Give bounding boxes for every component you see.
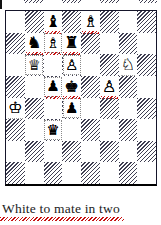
square-b6[interactable]: ♕ xyxy=(25,54,44,76)
square-b1[interactable] xyxy=(25,162,44,184)
black-rook-d7: ♜ xyxy=(64,35,78,51)
white-pawn-d6: ♙ xyxy=(63,55,81,75)
white-knight-g6: ♘ xyxy=(121,57,135,73)
square-a6[interactable] xyxy=(6,54,25,76)
spellcheck-underline xyxy=(45,96,62,99)
black-queen-c3: ♛ xyxy=(44,120,62,140)
square-b7[interactable]: ♞ xyxy=(25,33,44,55)
square-b2[interactable] xyxy=(25,141,44,163)
square-a8[interactable] xyxy=(6,11,25,33)
square-h6[interactable] xyxy=(137,54,156,76)
spellcheck-underline xyxy=(26,52,43,55)
spellcheck-underline xyxy=(63,52,80,55)
clipped-margin-tick xyxy=(0,0,2,9)
spellcheck-underline xyxy=(82,31,99,34)
square-a4[interactable]: ♔ xyxy=(6,98,25,120)
black-pawn-d4: ♟ xyxy=(63,98,81,118)
square-g3[interactable] xyxy=(119,119,138,141)
square-d5[interactable]: ♚ xyxy=(62,76,81,98)
square-c7[interactable]: ♗ xyxy=(44,33,63,55)
square-f2[interactable] xyxy=(100,141,119,163)
spellcheck-underline xyxy=(45,52,62,55)
square-h2[interactable] xyxy=(137,141,156,163)
square-a7[interactable] xyxy=(6,33,25,55)
clipped-row-artifact xyxy=(62,0,81,3)
spellcheck-underline xyxy=(101,96,118,99)
white-bishop-c7: ♗ xyxy=(44,33,62,53)
square-e7[interactable] xyxy=(81,33,100,55)
square-d7[interactable]: ♜ xyxy=(62,33,81,55)
square-b4[interactable] xyxy=(25,98,44,120)
square-e8[interactable]: ♗ xyxy=(81,11,100,33)
square-a3[interactable] xyxy=(6,119,25,141)
square-a2[interactable] xyxy=(6,141,25,163)
clipped-row-artifact xyxy=(100,0,119,3)
square-d1[interactable] xyxy=(62,162,81,184)
square-c5[interactable]: ♟ xyxy=(44,76,63,98)
square-h7[interactable] xyxy=(137,33,156,55)
square-b3[interactable] xyxy=(25,119,44,141)
dotted-underline xyxy=(8,118,23,119)
square-g5[interactable] xyxy=(119,76,138,98)
square-h8[interactable] xyxy=(137,11,156,33)
square-d2[interactable] xyxy=(62,141,81,163)
square-h1[interactable] xyxy=(137,162,156,184)
square-e6[interactable] xyxy=(81,54,100,76)
spellcheck-underline xyxy=(63,96,80,99)
square-f5[interactable]: ♙ xyxy=(100,76,119,98)
square-h3[interactable] xyxy=(137,119,156,141)
square-f6[interactable] xyxy=(100,54,119,76)
square-d3[interactable] xyxy=(62,119,81,141)
white-pawn-f5: ♙ xyxy=(102,79,116,95)
caption-text: White to mate in two xyxy=(2,201,120,217)
square-c8[interactable]: ♝ xyxy=(44,11,63,33)
square-g8[interactable] xyxy=(119,11,138,33)
clipped-row-artifact xyxy=(24,0,43,3)
square-c1[interactable] xyxy=(44,162,63,184)
square-h4[interactable] xyxy=(137,98,156,120)
black-knight-b7: ♞ xyxy=(27,35,41,51)
square-d6[interactable]: ♙ xyxy=(62,54,81,76)
square-b5[interactable] xyxy=(25,76,44,98)
dotted-underline xyxy=(121,75,136,76)
black-pawn-c5: ♟ xyxy=(44,77,62,97)
chess-board: ♝♗♞♗♜♕♙♘♟♚♙♔♟♛ xyxy=(5,10,157,186)
square-f4[interactable] xyxy=(100,98,119,120)
square-g7[interactable] xyxy=(119,33,138,55)
square-f1[interactable] xyxy=(100,162,119,184)
square-f3[interactable] xyxy=(100,119,119,141)
square-a1[interactable] xyxy=(6,162,25,184)
square-f7[interactable] xyxy=(100,33,119,55)
black-bishop-c8: ♝ xyxy=(46,14,60,30)
square-g2[interactable] xyxy=(119,141,138,163)
square-e3[interactable] xyxy=(81,119,100,141)
square-e1[interactable] xyxy=(81,162,100,184)
clipped-row-artifact xyxy=(139,0,157,3)
square-g1[interactable] xyxy=(119,162,138,184)
square-d8[interactable] xyxy=(62,11,81,33)
square-e4[interactable] xyxy=(81,98,100,120)
white-bishop-e8: ♗ xyxy=(83,14,97,30)
black-king-d5: ♚ xyxy=(64,79,78,95)
square-h5[interactable] xyxy=(137,76,156,98)
square-a5[interactable] xyxy=(6,76,25,98)
square-g6[interactable]: ♘ xyxy=(119,54,138,76)
square-c3[interactable]: ♛ xyxy=(44,119,63,141)
square-e2[interactable] xyxy=(81,141,100,163)
spellcheck-underline xyxy=(45,31,62,34)
square-c2[interactable] xyxy=(44,141,63,163)
square-g4[interactable] xyxy=(119,98,138,120)
square-b8[interactable] xyxy=(25,11,44,33)
square-d4[interactable]: ♟ xyxy=(62,98,81,120)
chess-diagram: ♝♗♞♗♜♕♙♘♟♚♙♔♟♛ White to mate in two xyxy=(0,0,161,225)
square-c6[interactable] xyxy=(44,54,63,76)
square-e5[interactable] xyxy=(81,76,100,98)
square-c4[interactable] xyxy=(44,98,63,120)
spellcheck-underline xyxy=(0,217,124,221)
white-king-a4: ♔ xyxy=(8,100,22,116)
square-f8[interactable] xyxy=(100,11,119,33)
white-queen-b6: ♕ xyxy=(25,55,43,75)
